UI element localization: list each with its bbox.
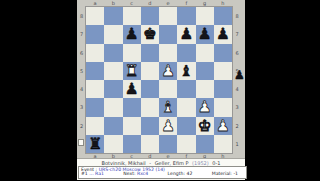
info-token-label: #1 — [81, 172, 88, 177]
rank-label-3: 3 — [77, 98, 86, 116]
file-label-d: d — [141, 0, 159, 7]
square-c2[interactable] — [123, 117, 141, 135]
piece-black-pawn[interactable]: ♟ — [123, 80, 141, 98]
square-g8[interactable] — [196, 7, 214, 25]
square-e5[interactable]: ♟ — [159, 62, 177, 80]
game-year: (1952) — [192, 160, 209, 166]
piece-black-pawn[interactable]: ♟ — [214, 25, 232, 43]
file-label-f: f — [177, 0, 195, 7]
square-c3[interactable] — [123, 98, 141, 116]
file-label-h: h — [214, 0, 232, 7]
square-c8[interactable] — [123, 7, 141, 25]
stats-line: #1... Ra1Next:Rxc4Length:42Material:-1 — [81, 172, 244, 177]
square-c5[interactable]: ♜ — [123, 62, 141, 80]
square-e7[interactable] — [159, 25, 177, 43]
square-g1[interactable] — [196, 135, 214, 153]
file-label-e: e — [159, 0, 177, 7]
rank-label-6: 6 — [232, 44, 242, 62]
info-token-3: Material:-1 — [212, 172, 238, 177]
square-a2[interactable] — [86, 117, 104, 135]
square-b4[interactable] — [104, 80, 122, 98]
piece-black-pawn[interactable]: ♟ — [196, 25, 214, 43]
square-b2[interactable] — [104, 117, 122, 135]
black-extra-pawn-material-icon: ♟ — [234, 68, 245, 82]
piece-white-pawn[interactable]: ♟ — [159, 62, 177, 80]
info-token-value: ... Ra1 — [89, 172, 104, 177]
square-d7[interactable]: ♚ — [141, 25, 159, 43]
rank-label-8: 8 — [232, 7, 242, 25]
square-g4[interactable] — [196, 80, 214, 98]
square-d4[interactable] — [141, 80, 159, 98]
square-g7[interactable]: ♟ — [196, 25, 214, 43]
square-g2[interactable]: ♚ — [196, 117, 214, 135]
game-title: Botvinnik, Mikhail - Geller, Efim P (195… — [77, 160, 245, 166]
info-token-value: -1 — [233, 172, 238, 177]
square-b6[interactable] — [104, 44, 122, 62]
square-d2[interactable] — [141, 117, 159, 135]
square-f8[interactable] — [177, 7, 195, 25]
info-token-2: Length:42 — [168, 172, 193, 177]
square-a8[interactable] — [86, 7, 104, 25]
square-c7[interactable]: ♟ — [123, 25, 141, 43]
square-h7[interactable]: ♟ — [214, 25, 232, 43]
info-token-0: #1... Ra1 — [81, 172, 104, 177]
file-label-g: g — [196, 0, 214, 7]
square-h1[interactable] — [214, 135, 232, 153]
footer-panel: Botvinnik, Mikhail - Geller, Efim P (195… — [77, 158, 245, 181]
square-f2[interactable] — [177, 117, 195, 135]
square-a1[interactable]: ♜ — [86, 135, 104, 153]
white-to-move-indicator — [78, 139, 85, 147]
rank-label-4: 4 — [77, 80, 86, 98]
square-f1[interactable] — [177, 135, 195, 153]
info-token-1: Next:Rxc4 — [123, 172, 148, 177]
square-a3[interactable] — [86, 98, 104, 116]
rank-label-2: 2 — [77, 117, 86, 135]
rank-label-7: 7 — [77, 25, 86, 43]
square-h3[interactable] — [214, 98, 232, 116]
piece-white-pawn[interactable]: ♟ — [159, 117, 177, 135]
square-a6[interactable] — [86, 44, 104, 62]
file-label-a: a — [86, 0, 104, 7]
square-b3[interactable] — [104, 98, 122, 116]
rank-label-1: 1 — [232, 135, 242, 153]
square-b1[interactable] — [104, 135, 122, 153]
square-h6[interactable] — [214, 44, 232, 62]
info-token-label: Material: — [212, 172, 232, 177]
square-c6[interactable] — [123, 44, 141, 62]
info-token-label: Next: — [123, 172, 135, 177]
square-e8[interactable] — [159, 7, 177, 25]
thumbnail-stage: abcdefgh abcdefgh 87654321 87654321 ♟♚♟♟… — [0, 0, 320, 180]
info-token-label: Length: — [168, 172, 185, 177]
square-e4[interactable] — [159, 80, 177, 98]
rank-labels-left: 87654321 — [77, 7, 86, 153]
square-c4[interactable]: ♟ — [123, 80, 141, 98]
piece-black-bishop[interactable]: ♝ — [177, 62, 195, 80]
square-f4[interactable] — [177, 80, 195, 98]
square-h8[interactable] — [214, 7, 232, 25]
square-b5[interactable] — [104, 62, 122, 80]
piece-white-rook[interactable]: ♜ — [123, 62, 141, 80]
white-player-name: Botvinnik, Mikhail — [101, 160, 145, 166]
piece-white-king[interactable]: ♚ — [196, 117, 214, 135]
piece-white-bishop[interactable]: ♝ — [159, 98, 177, 116]
square-a5[interactable] — [86, 62, 104, 80]
square-h2[interactable]: ♟ — [214, 117, 232, 135]
info-box: Event : URS-ch20 Moscow 1952 (14) #1... … — [78, 166, 247, 179]
square-f7[interactable]: ♟ — [177, 25, 195, 43]
players-separator: - — [149, 160, 151, 166]
square-g5[interactable] — [196, 62, 214, 80]
rank-label-6: 6 — [77, 44, 86, 62]
game-result: 0-1 — [212, 160, 220, 166]
square-e2[interactable]: ♟ — [159, 117, 177, 135]
square-d8[interactable] — [141, 7, 159, 25]
piece-black-rook[interactable]: ♜ — [86, 135, 104, 153]
square-b7[interactable] — [104, 25, 122, 43]
info-token-value: Rxc4 — [137, 172, 148, 177]
square-h4[interactable] — [214, 80, 232, 98]
square-h5[interactable] — [214, 62, 232, 80]
rank-label-5: 5 — [77, 62, 86, 80]
file-label-b: b — [104, 0, 122, 7]
file-labels-top: abcdefgh — [86, 0, 232, 7]
square-f6[interactable] — [177, 44, 195, 62]
square-d1[interactable] — [141, 135, 159, 153]
square-a4[interactable] — [86, 80, 104, 98]
rank-label-8: 8 — [77, 7, 86, 25]
square-e1[interactable] — [159, 135, 177, 153]
rank-label-2: 2 — [232, 117, 242, 135]
square-d5[interactable] — [141, 62, 159, 80]
file-label-c: c — [123, 0, 141, 7]
rank-label-4: 4 — [232, 80, 242, 98]
square-e6[interactable] — [159, 44, 177, 62]
square-d6[interactable] — [141, 44, 159, 62]
piece-black-pawn[interactable]: ♟ — [123, 25, 141, 43]
piece-white-pawn[interactable]: ♟ — [196, 98, 214, 116]
chess-diagram-frame: abcdefgh abcdefgh 87654321 87654321 ♟♚♟♟… — [77, 0, 245, 180]
square-f5[interactable]: ♝ — [177, 62, 195, 80]
piece-black-king[interactable]: ♚ — [141, 25, 159, 43]
chess-board: ♟♚♟♟♟♜♟♝♟♝♟♟♚♟♜ — [86, 7, 232, 153]
rank-label-3: 3 — [232, 98, 242, 116]
square-e3[interactable]: ♝ — [159, 98, 177, 116]
piece-black-pawn[interactable]: ♟ — [177, 25, 195, 43]
square-g3[interactable]: ♟ — [196, 98, 214, 116]
square-f3[interactable] — [177, 98, 195, 116]
square-g6[interactable] — [196, 44, 214, 62]
square-d3[interactable] — [141, 98, 159, 116]
square-b8[interactable] — [104, 7, 122, 25]
info-token-value: 42 — [187, 172, 193, 177]
piece-white-pawn[interactable]: ♟ — [214, 117, 232, 135]
square-a7[interactable] — [86, 25, 104, 43]
black-player-name: Geller, Efim P — [155, 160, 189, 166]
rank-label-7: 7 — [232, 25, 242, 43]
square-c1[interactable] — [123, 135, 141, 153]
